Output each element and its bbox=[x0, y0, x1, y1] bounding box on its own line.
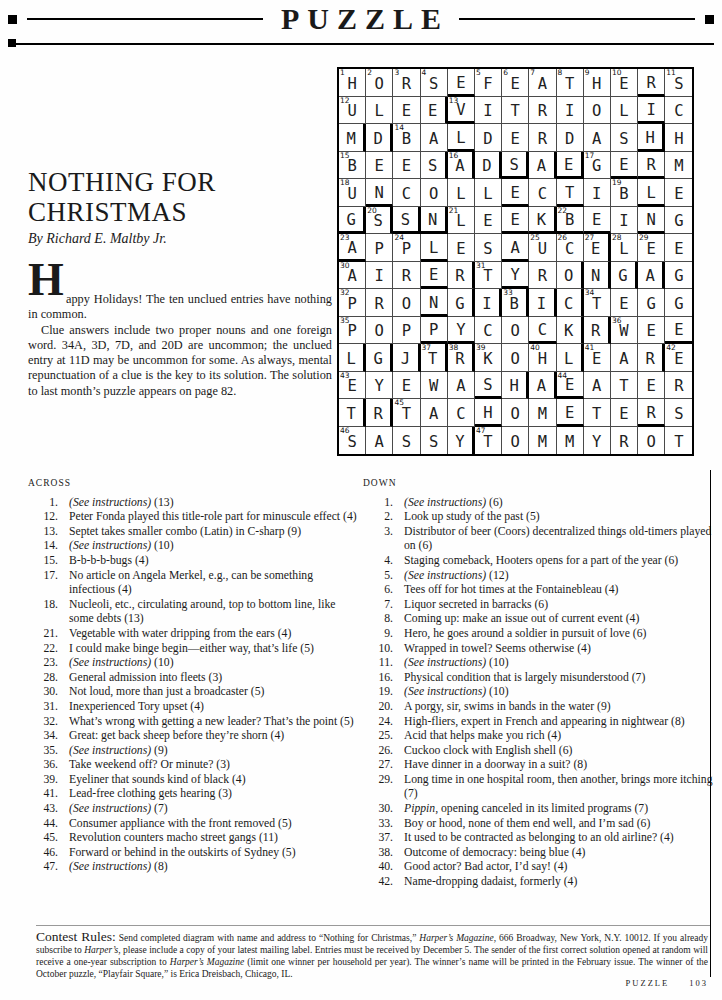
grid-cell[interactable]: E bbox=[611, 152, 638, 180]
grid-cell[interactable]: R bbox=[366, 289, 393, 317]
grid-cell[interactable]: S bbox=[611, 124, 638, 152]
grid-cell[interactable]: 7A bbox=[529, 69, 556, 97]
clue-text: Vegetable with water dripping from the e… bbox=[69, 627, 291, 640]
grid-cell[interactable]: E bbox=[502, 124, 529, 152]
clue-item: 18.Nucleoli, etc., circulating around, t… bbox=[28, 598, 360, 627]
grid-cell[interactable]: E bbox=[393, 152, 420, 180]
grid-cell[interactable]: E bbox=[421, 262, 448, 290]
grid-cell[interactable]: O bbox=[393, 289, 420, 317]
grid-cell[interactable]: 17G bbox=[584, 152, 611, 180]
grid-cell[interactable]: O bbox=[557, 262, 584, 290]
grid-cell[interactable]: E bbox=[502, 207, 529, 235]
clue-text: (10) bbox=[486, 656, 508, 669]
clue-text-italic: (See instructions) bbox=[69, 656, 151, 669]
cell-letter: O bbox=[429, 185, 438, 203]
clue-text-italic: Harper’s Magazine bbox=[170, 957, 244, 967]
grid-cell[interactable]: E bbox=[448, 69, 475, 97]
grid-cell[interactable]: C bbox=[665, 97, 692, 125]
clue-item: 43.(See instructions) (7) bbox=[28, 802, 360, 817]
grid-cell[interactable]: 13V bbox=[448, 97, 475, 125]
grid-cell[interactable]: E bbox=[366, 152, 393, 180]
clue-body: (See instructions) (7) bbox=[69, 802, 360, 817]
cell-letter: E bbox=[646, 377, 655, 395]
cell-number: 28 bbox=[612, 233, 622, 242]
grid-cell[interactable]: T bbox=[611, 372, 638, 400]
grid-cell[interactable]: L bbox=[366, 97, 393, 125]
clue-body: Not loud, more than just a broadcaster (… bbox=[69, 685, 360, 700]
cell-letter: E bbox=[564, 156, 573, 174]
grid-cell[interactable]: 31T bbox=[475, 262, 502, 290]
grid-cell[interactable]: 1H bbox=[339, 69, 366, 97]
cell-letter: E bbox=[591, 240, 600, 258]
cell-number: 33 bbox=[503, 288, 513, 297]
grid-cell[interactable]: T bbox=[665, 427, 692, 455]
cell-letter: T bbox=[592, 295, 601, 313]
grid-cell[interactable]: 41E bbox=[584, 344, 611, 372]
grid-cell[interactable]: G bbox=[638, 289, 665, 317]
cell-letter: D bbox=[482, 157, 491, 175]
footer-section-label: PUZZLE bbox=[626, 978, 670, 988]
cell-letter: P bbox=[347, 295, 356, 313]
grid-cell[interactable]: E bbox=[638, 372, 665, 400]
cell-letter: E bbox=[375, 157, 384, 175]
cell-letter: P bbox=[429, 321, 438, 339]
grid-cell[interactable]: L bbox=[448, 179, 475, 207]
grid-cell[interactable]: M bbox=[529, 399, 556, 427]
cell-letter: P bbox=[375, 240, 384, 258]
clue-body: Have dinner in a doorway in a suit? (8) bbox=[404, 758, 715, 773]
cell-number: 42 bbox=[666, 343, 676, 352]
grid-cell[interactable]: E bbox=[557, 152, 584, 180]
grid-cell[interactable]: I bbox=[475, 289, 502, 317]
clue-number: 7. bbox=[363, 598, 404, 613]
grid-cell[interactable]: T bbox=[502, 97, 529, 125]
cell-letter: A bbox=[592, 377, 601, 395]
grid-cell[interactable]: E bbox=[502, 179, 529, 207]
grid-cell[interactable]: T bbox=[584, 399, 611, 427]
grid-cell[interactable]: O bbox=[502, 399, 529, 427]
cell-letter: S bbox=[347, 433, 356, 451]
grid-cell[interactable]: 11S bbox=[665, 69, 692, 97]
clue-body: (See instructions) (10) bbox=[69, 539, 360, 554]
grid-cell[interactable]: O bbox=[584, 97, 611, 125]
grid-cell[interactable]: E bbox=[665, 317, 692, 345]
grid-cell[interactable]: 4S bbox=[421, 69, 448, 97]
grid-cell[interactable]: 5F bbox=[475, 69, 502, 97]
clue-text: Forward or behind in the outskirts of Sy… bbox=[69, 846, 296, 859]
grid-cell[interactable]: 24P bbox=[393, 234, 420, 262]
cell-letter: L bbox=[429, 239, 438, 257]
grid-cell[interactable]: R bbox=[611, 427, 638, 455]
grid-cell[interactable]: A bbox=[638, 262, 665, 290]
clue-body: (See instructions) (9) bbox=[69, 744, 360, 759]
cell-letter: M bbox=[538, 405, 547, 423]
cell-letter: L bbox=[619, 102, 628, 120]
footer-rule bbox=[36, 925, 710, 926]
cell-letter: R bbox=[455, 267, 464, 285]
cell-letter: D bbox=[374, 130, 383, 148]
grid-cell[interactable]: 19B bbox=[611, 179, 638, 207]
cell-letter: O bbox=[646, 433, 655, 451]
clue-item: 11.(See instructions) (10) bbox=[363, 656, 715, 671]
grid-cell[interactable]: G bbox=[448, 289, 475, 317]
grid-cell[interactable]: C bbox=[393, 179, 420, 207]
grid-cell[interactable]: O bbox=[421, 179, 448, 207]
cell-letter: A bbox=[429, 130, 438, 148]
cell-letter: Y bbox=[456, 321, 465, 339]
grid-cell[interactable]: M bbox=[557, 427, 584, 455]
cell-letter: E bbox=[429, 266, 438, 284]
grid-cell[interactable]: 32P bbox=[339, 289, 366, 317]
grid-cell[interactable]: O bbox=[366, 317, 393, 345]
grid-cell[interactable]: L bbox=[448, 124, 475, 152]
cell-letter: O bbox=[511, 322, 520, 340]
cell-letter: C bbox=[674, 102, 683, 120]
cell-letter: E bbox=[511, 211, 520, 229]
grid-cell[interactable]: C bbox=[475, 317, 502, 345]
cell-letter: Y bbox=[375, 377, 384, 395]
grid-cell[interactable]: R bbox=[366, 399, 393, 427]
cell-letter: E bbox=[646, 322, 655, 340]
grid-cell[interactable]: 29E bbox=[638, 234, 665, 262]
grid-cell[interactable]: R bbox=[638, 344, 665, 372]
grid-cell[interactable]: L bbox=[638, 179, 665, 207]
grid-cell[interactable]: H bbox=[665, 124, 692, 152]
grid-cell[interactable]: R bbox=[529, 97, 556, 125]
grid-cell[interactable]: 26C bbox=[557, 234, 584, 262]
clue-body: Staging comeback, Hooters opens for a pa… bbox=[404, 554, 715, 569]
grid-cell[interactable]: 2O bbox=[366, 69, 393, 97]
grid-cell[interactable]: A bbox=[529, 372, 556, 400]
grid-cell[interactable]: S bbox=[475, 372, 502, 400]
clue-body: Physical condition that is largely misun… bbox=[404, 671, 715, 686]
grid-cell[interactable]: S bbox=[421, 152, 448, 180]
grid-cell[interactable]: Y bbox=[584, 427, 611, 455]
grid-cell[interactable]: E bbox=[475, 207, 502, 235]
grid-cell[interactable]: 43E bbox=[339, 372, 366, 400]
grid-cell[interactable]: A bbox=[421, 399, 448, 427]
grid-cell[interactable]: T bbox=[557, 179, 584, 207]
clue-text: No article on Angela Merkel, e.g., can b… bbox=[69, 569, 313, 597]
grid-cell[interactable]: A bbox=[584, 372, 611, 400]
grid-cell[interactable]: 10E bbox=[611, 69, 638, 97]
grid-cell[interactable]: N bbox=[421, 289, 448, 317]
clue-item: 3.Distributor of beer (Coors) decentrali… bbox=[363, 525, 715, 554]
grid-cell[interactable]: G bbox=[611, 262, 638, 290]
grid-cell[interactable]: 22B bbox=[557, 207, 584, 235]
grid-cell[interactable]: L bbox=[475, 179, 502, 207]
clue-text: Liquor secreted in barracks (6) bbox=[404, 598, 548, 611]
grid-cell[interactable]: S bbox=[393, 207, 420, 235]
grid-cell[interactable]: 8T bbox=[557, 69, 584, 97]
cell-letter: A bbox=[592, 130, 601, 148]
grid-cell[interactable]: R bbox=[529, 124, 556, 152]
grid-cell[interactable]: Y bbox=[448, 427, 475, 455]
cell-letter: R bbox=[674, 377, 683, 395]
clue-number: 4. bbox=[363, 554, 404, 569]
grid-cell[interactable]: 44E bbox=[557, 372, 584, 400]
grid-cell[interactable]: 35P bbox=[339, 317, 366, 345]
cell-letter: Y bbox=[455, 433, 464, 451]
clue-text: General admission into fleets (3) bbox=[69, 671, 222, 684]
grid-cell[interactable]: A bbox=[366, 427, 393, 455]
grid-cell[interactable]: O bbox=[502, 344, 529, 372]
header-rule-left bbox=[27, 18, 263, 20]
grid-cell[interactable]: T bbox=[339, 399, 366, 427]
grid-cell[interactable]: A bbox=[529, 152, 556, 180]
grid-cell[interactable]: 21L bbox=[448, 207, 475, 235]
grid-cell[interactable]: D bbox=[366, 124, 393, 152]
grid-cell[interactable]: J bbox=[393, 344, 420, 372]
grid-cell[interactable]: P bbox=[421, 317, 448, 345]
grid-cell[interactable]: 36W bbox=[611, 317, 638, 345]
grid-cell[interactable]: K bbox=[529, 207, 556, 235]
down-heading: DOWN bbox=[363, 476, 715, 491]
grid-cell[interactable]: 28L bbox=[611, 234, 638, 262]
grid-cell[interactable]: E bbox=[638, 317, 665, 345]
grid-cell[interactable]: 15B bbox=[339, 152, 366, 180]
cell-letter: O bbox=[511, 350, 520, 368]
clue-item: 36.Take weekend off? Or minute? (3) bbox=[28, 758, 360, 773]
grid-cell[interactable]: N bbox=[638, 207, 665, 235]
grid-cell[interactable]: H bbox=[638, 124, 665, 152]
byline: By Richard E. Maltby Jr. bbox=[28, 231, 167, 247]
cell-number: 46 bbox=[340, 426, 350, 435]
grid-cell[interactable]: A bbox=[421, 124, 448, 152]
cell-letter: B bbox=[402, 130, 411, 148]
grid-cell[interactable]: S bbox=[475, 234, 502, 262]
clue-body: Look up study of the past (5) bbox=[404, 510, 715, 525]
clue-text: Good actor? Bad actor, I’d say! (4) bbox=[404, 860, 567, 873]
clue-number: 19. bbox=[363, 685, 404, 700]
header-rule-right bbox=[459, 18, 695, 20]
cell-letter: G bbox=[618, 267, 627, 285]
grid-cell[interactable]: E bbox=[584, 207, 611, 235]
across-heading: ACROSS bbox=[28, 476, 360, 491]
grid-cell[interactable]: 3R bbox=[393, 69, 420, 97]
grid-cell[interactable]: 34T bbox=[584, 289, 611, 317]
clue-text: I could make binge begin—either way, tha… bbox=[69, 642, 314, 655]
grid-cell[interactable]: 25U bbox=[529, 234, 556, 262]
grid-cell[interactable]: R bbox=[448, 262, 475, 290]
grid-cell[interactable]: H bbox=[475, 399, 502, 427]
across-clues: ACROSS 1.(See instructions) (13)12.Peter… bbox=[28, 476, 360, 875]
grid-cell[interactable]: I bbox=[529, 289, 556, 317]
grid-cell[interactable]: Y bbox=[448, 317, 475, 345]
cell-letter: L bbox=[456, 212, 465, 230]
grid-cell[interactable]: N bbox=[584, 262, 611, 290]
grid-cell[interactable]: 27E bbox=[584, 234, 611, 262]
cell-letter: S bbox=[428, 157, 437, 175]
grid-cell[interactable]: E bbox=[393, 97, 420, 125]
grid-cell[interactable]: N bbox=[421, 207, 448, 235]
grid-cell[interactable]: S bbox=[665, 399, 692, 427]
cell-number: 10 bbox=[612, 68, 622, 77]
grid-cell[interactable]: 16A bbox=[448, 152, 475, 180]
grid-cell[interactable]: S bbox=[421, 427, 448, 455]
clue-item: 37.It used to be contracted as belonging… bbox=[363, 831, 715, 846]
cell-letter: S bbox=[674, 75, 683, 93]
grid-cell[interactable]: 37T bbox=[421, 344, 448, 372]
grid-cell[interactable]: R bbox=[665, 372, 692, 400]
cell-letter: T bbox=[483, 267, 492, 285]
grid-cell[interactable]: E bbox=[421, 97, 448, 125]
cell-letter: L bbox=[456, 185, 465, 203]
cell-letter: H bbox=[347, 75, 356, 93]
grid-cell[interactable]: R bbox=[393, 262, 420, 290]
cell-number: 19 bbox=[612, 178, 622, 187]
clue-item: 31.Inexperienced Tory upset (4) bbox=[28, 700, 360, 715]
grid-cell[interactable]: E bbox=[611, 289, 638, 317]
grid-cell[interactable]: E bbox=[665, 179, 692, 207]
cell-letter: B bbox=[347, 157, 356, 175]
grid-cell[interactable]: Y bbox=[502, 262, 529, 290]
instructions: appy Holidays! The ten unclued entries h… bbox=[28, 292, 332, 399]
puzzle-title: NOTHING FOR CHRISTMAS bbox=[28, 167, 338, 227]
grid-cell[interactable]: C bbox=[448, 399, 475, 427]
grid-cell[interactable]: A bbox=[448, 372, 475, 400]
clue-body: Take weekend off? Or minute? (3) bbox=[69, 758, 360, 773]
grid-cell[interactable]: C bbox=[529, 179, 556, 207]
grid-cell[interactable]: 30A bbox=[339, 262, 366, 290]
grid-cell[interactable]: C bbox=[557, 289, 584, 317]
grid-cell[interactable]: E bbox=[665, 234, 692, 262]
grid-cell[interactable]: 20S bbox=[366, 207, 393, 235]
grid-cell[interactable]: K bbox=[557, 317, 584, 345]
grid-cell[interactable]: 23A bbox=[339, 234, 366, 262]
grid-cell[interactable]: I bbox=[366, 262, 393, 290]
grid-cell[interactable]: 33B bbox=[502, 289, 529, 317]
grid-cell[interactable]: G bbox=[665, 262, 692, 290]
grid-cell[interactable]: A bbox=[611, 344, 638, 372]
clue-body: (See instructions) (10) bbox=[404, 685, 715, 700]
grid-cell[interactable]: G bbox=[665, 289, 692, 317]
grid-cell[interactable]: E bbox=[448, 234, 475, 262]
grid-cell[interactable]: D bbox=[475, 152, 502, 180]
grid-cell[interactable]: O bbox=[502, 427, 529, 455]
clue-number: 43. bbox=[28, 802, 69, 817]
grid-cell[interactable]: W bbox=[421, 372, 448, 400]
grid-cell[interactable]: 40H bbox=[529, 344, 556, 372]
grid-cell[interactable]: M bbox=[529, 427, 556, 455]
grid-cell[interactable]: L bbox=[557, 344, 584, 372]
grid-cell[interactable]: O bbox=[502, 317, 529, 345]
grid-cell[interactable]: 14B bbox=[393, 124, 420, 152]
grid-cell[interactable]: M bbox=[665, 152, 692, 180]
cell-letter: K bbox=[483, 350, 492, 368]
grid-cell[interactable]: I bbox=[638, 97, 665, 125]
grid-cell[interactable]: D bbox=[557, 124, 584, 152]
grid-cell[interactable]: 38R bbox=[448, 344, 475, 372]
grid-cell[interactable]: I bbox=[584, 179, 611, 207]
clue-body: It used to be contracted as belonging to… bbox=[404, 831, 715, 846]
grid-cell[interactable]: 6E bbox=[502, 69, 529, 97]
grid-cell[interactable]: I bbox=[475, 97, 502, 125]
grid-cell[interactable]: R bbox=[638, 399, 665, 427]
cell-letter: S bbox=[674, 405, 683, 423]
grid-cell[interactable]: L bbox=[421, 234, 448, 262]
grid-cell[interactable]: 45T bbox=[393, 399, 420, 427]
grid-cell[interactable]: O bbox=[638, 427, 665, 455]
grid-cell[interactable]: M bbox=[339, 124, 366, 152]
cell-letter: K bbox=[564, 322, 573, 340]
grid-cell[interactable]: G bbox=[366, 344, 393, 372]
grid-cell[interactable]: 39K bbox=[475, 344, 502, 372]
grid-cell[interactable]: I bbox=[611, 207, 638, 235]
grid-cell[interactable]: 46S bbox=[339, 427, 366, 455]
clue-text: (13) bbox=[151, 496, 173, 509]
clue-body: Acid that helps make you rich (4) bbox=[404, 729, 715, 744]
grid-cell[interactable]: P bbox=[393, 317, 420, 345]
cell-letter: M bbox=[346, 130, 355, 148]
cell-letter: T bbox=[619, 377, 628, 395]
cell-letter: S bbox=[402, 433, 411, 451]
grid-cell[interactable]: 12U bbox=[339, 97, 366, 125]
cell-letter: J bbox=[401, 350, 410, 368]
grid-cell[interactable]: E bbox=[393, 372, 420, 400]
clue-number: 37. bbox=[363, 831, 404, 846]
grid-cell[interactable]: E bbox=[611, 399, 638, 427]
grid-cell[interactable]: P bbox=[366, 234, 393, 262]
grid-cell[interactable]: 47T bbox=[475, 427, 502, 455]
cell-letter: D bbox=[483, 130, 492, 148]
grid-cell[interactable]: R bbox=[584, 317, 611, 345]
clue-item: 46.Forward or behind in the outskirts of… bbox=[28, 846, 360, 861]
clue-number: 2. bbox=[363, 510, 404, 525]
grid-cell[interactable]: S bbox=[393, 427, 420, 455]
cell-letter: A bbox=[537, 157, 546, 175]
grid-cell[interactable]: G bbox=[339, 207, 366, 235]
grid-cell[interactable]: G bbox=[665, 207, 692, 235]
clue-item: 2.Look up study of the past (5) bbox=[363, 510, 715, 525]
clue-number: 25. bbox=[363, 729, 404, 744]
cell-letter: G bbox=[674, 295, 683, 313]
cell-number: 12 bbox=[340, 96, 350, 105]
cell-letter: C bbox=[538, 185, 547, 203]
grid-cell[interactable]: H bbox=[502, 372, 529, 400]
grid-cell[interactable]: R bbox=[529, 262, 556, 290]
cell-letter: Y bbox=[511, 266, 520, 284]
cell-number: 29 bbox=[639, 233, 649, 242]
grid-cell[interactable]: I bbox=[557, 97, 584, 125]
grid-cell[interactable]: E bbox=[557, 399, 584, 427]
grid-cell[interactable]: A bbox=[584, 124, 611, 152]
clue-item: 42.Name-dropping dadaist, formerly (4) bbox=[363, 875, 715, 890]
cell-letter: R bbox=[645, 350, 654, 368]
grid-cell[interactable]: A bbox=[502, 234, 529, 262]
grid-cell[interactable]: R bbox=[638, 69, 665, 97]
clue-number: 31. bbox=[28, 700, 69, 715]
cell-letter: B bbox=[510, 295, 519, 313]
grid-cell[interactable]: C bbox=[529, 317, 556, 345]
grid-cell[interactable]: L bbox=[339, 344, 366, 372]
clue-text-italic: (See instructions) bbox=[69, 744, 151, 757]
grid-cell[interactable]: 9H bbox=[584, 69, 611, 97]
grid-cell[interactable]: R bbox=[638, 152, 665, 180]
cell-letter: I bbox=[646, 101, 655, 119]
cell-letter: G bbox=[346, 211, 355, 229]
grid-cell[interactable]: D bbox=[475, 124, 502, 152]
grid-cell[interactable]: Y bbox=[366, 372, 393, 400]
grid-cell[interactable]: N bbox=[366, 179, 393, 207]
grid-cell[interactable]: S bbox=[502, 152, 529, 180]
grid-cell[interactable]: 42E bbox=[665, 344, 692, 372]
grid-cell[interactable]: 18U bbox=[339, 179, 366, 207]
clue-item: 16.Physical condition that is largely mi… bbox=[363, 671, 715, 686]
grid-cell[interactable]: L bbox=[611, 97, 638, 125]
clue-body: Tees off for hot times at the Fontainebl… bbox=[404, 583, 715, 598]
cell-letter: T bbox=[592, 405, 601, 423]
